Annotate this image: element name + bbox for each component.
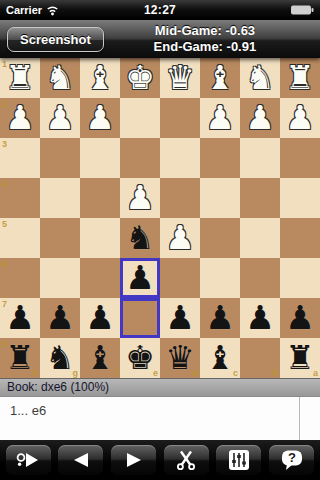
black-king: ♚ [120, 338, 160, 378]
black-rook: ♜ [0, 338, 40, 378]
square-h4[interactable]: 4 [0, 178, 40, 218]
rank-label-3: 3 [2, 139, 7, 149]
white-pawn: ♟ [160, 218, 200, 258]
square-a2[interactable]: ♟ [280, 98, 320, 138]
white-pawn: ♟ [40, 98, 80, 138]
move-list-text: 1... e6 [10, 403, 46, 418]
black-pawn: ♟ [160, 298, 200, 338]
square-c7[interactable]: ♟ [200, 298, 240, 338]
square-g7[interactable]: ♟ [40, 298, 80, 338]
square-f1[interactable]: ♝ [80, 58, 120, 98]
square-b6[interactable] [240, 258, 280, 298]
square-d6[interactable] [160, 258, 200, 298]
black-knight: ♞ [120, 218, 160, 258]
scissors-icon [175, 449, 197, 471]
black-pawn: ♟ [0, 298, 40, 338]
engine-move-icon [15, 450, 41, 470]
square-g2[interactable]: ♟ [40, 98, 80, 138]
square-b5[interactable] [240, 218, 280, 258]
square-d7[interactable]: ♟ [160, 298, 200, 338]
square-f2[interactable]: ♟ [80, 98, 120, 138]
engine-evaluation: Mid-Game: -0.63 End-Game: -0.91 [104, 23, 320, 55]
square-e6[interactable]: ♟ [120, 258, 160, 298]
white-knight: ♞ [40, 58, 80, 98]
square-c1[interactable]: ♝ [200, 58, 240, 98]
square-h5[interactable]: 5 [0, 218, 40, 258]
square-b7[interactable]: ♟ [240, 298, 280, 338]
square-e5[interactable]: ♞ [120, 218, 160, 258]
square-h6[interactable]: 6 [0, 258, 40, 298]
rank-label-6: 6 [2, 259, 7, 269]
black-pawn: ♟ [80, 298, 120, 338]
white-knight: ♞ [240, 58, 280, 98]
square-c4[interactable] [200, 178, 240, 218]
square-h7[interactable]: 7♟ [0, 298, 40, 338]
square-b3[interactable] [240, 138, 280, 178]
black-queen: ♛ [160, 338, 200, 378]
forward-arrow-icon [124, 451, 144, 469]
square-a6[interactable] [280, 258, 320, 298]
move-list[interactable]: 1... e6 [0, 396, 320, 440]
header-bar: Screenshot Mid-Game: -0.63 End-Game: -0.… [0, 20, 320, 58]
black-pawn: ♟ [120, 258, 160, 298]
square-b1[interactable]: ♞ [240, 58, 280, 98]
square-h1[interactable]: 1♜ [0, 58, 40, 98]
white-rook: ♜ [280, 58, 320, 98]
white-pawn: ♟ [0, 98, 40, 138]
square-f7[interactable]: ♟ [80, 298, 120, 338]
end-game-eval: End-Game: -0.91 [104, 39, 306, 55]
help-bubble-icon: ? [280, 449, 304, 471]
square-d2[interactable] [160, 98, 200, 138]
white-pawn: ♟ [280, 98, 320, 138]
screenshot-button[interactable]: Screenshot [7, 27, 104, 52]
square-b4[interactable] [240, 178, 280, 218]
square-g5[interactable] [40, 218, 80, 258]
square-c6[interactable] [200, 258, 240, 298]
square-c2[interactable]: ♟ [200, 98, 240, 138]
chess-board[interactable]: 1♜♞♝♚♛♝♞♜2♟♟♟♟♟♟34♟5♞♟6♟7♟♟♟♟♟♟♟8h♜g♞f♝e… [0, 58, 320, 378]
square-a3[interactable] [280, 138, 320, 178]
white-bishop: ♝ [200, 58, 240, 98]
square-d3[interactable] [160, 138, 200, 178]
file-label-b: b [273, 368, 279, 378]
square-g6[interactable] [40, 258, 80, 298]
cut-button[interactable] [164, 445, 209, 475]
square-h8[interactable]: 8h♜ [0, 338, 40, 378]
wifi-icon [46, 5, 59, 16]
square-a4[interactable] [280, 178, 320, 218]
square-f3[interactable] [80, 138, 120, 178]
black-bishop: ♝ [80, 338, 120, 378]
status-bar: Carrier 12:27 [0, 0, 320, 20]
square-g8[interactable]: g♞ [40, 338, 80, 378]
rank-label-5: 5 [2, 219, 7, 229]
white-pawn: ♟ [120, 178, 160, 218]
square-d8[interactable]: d♛ [160, 338, 200, 378]
square-g4[interactable] [40, 178, 80, 218]
mid-game-eval: Mid-Game: -0.63 [104, 23, 306, 39]
square-e1[interactable]: ♚ [120, 58, 160, 98]
engine-move-button[interactable] [6, 445, 51, 475]
square-c3[interactable] [200, 138, 240, 178]
sliders-icon [228, 449, 250, 471]
black-rook: ♜ [280, 338, 320, 378]
black-pawn: ♟ [40, 298, 80, 338]
square-f5[interactable] [80, 218, 120, 258]
black-pawn: ♟ [240, 298, 280, 338]
clock-time: 12:27 [96, 3, 224, 17]
white-queen: ♛ [160, 58, 200, 98]
white-king: ♚ [120, 58, 160, 98]
white-bishop: ♝ [80, 58, 120, 98]
white-pawn: ♟ [240, 98, 280, 138]
square-e4[interactable]: ♟ [120, 178, 160, 218]
square-f8[interactable]: f♝ [80, 338, 120, 378]
square-b2[interactable]: ♟ [240, 98, 280, 138]
square-e8[interactable]: e♚ [120, 338, 160, 378]
square-d1[interactable]: ♛ [160, 58, 200, 98]
white-pawn: ♟ [200, 98, 240, 138]
chess-app-screen: Carrier 12:27 Screenshot Mid-Game: -0.63… [0, 0, 320, 480]
back-arrow-icon [71, 451, 91, 469]
help-question-mark: ? [288, 450, 296, 465]
square-e2[interactable] [120, 98, 160, 138]
square-a1[interactable]: ♜ [280, 58, 320, 98]
square-a7[interactable]: ♟ [280, 298, 320, 338]
square-a8[interactable]: a♜ [280, 338, 320, 378]
book-move-text: Book: dxe6 (100%) [7, 380, 109, 394]
square-e3[interactable] [120, 138, 160, 178]
black-pawn: ♟ [280, 298, 320, 338]
square-g3[interactable] [40, 138, 80, 178]
book-bar: Book: dxe6 (100%) [0, 378, 320, 396]
square-b8[interactable]: b [240, 338, 280, 378]
white-rook: ♜ [0, 58, 40, 98]
bottom-toolbar: ? [0, 440, 320, 480]
square-d5[interactable]: ♟ [160, 218, 200, 258]
square-g1[interactable]: ♞ [40, 58, 80, 98]
square-e7[interactable] [120, 298, 160, 338]
square-f6[interactable] [80, 258, 120, 298]
square-c5[interactable] [200, 218, 240, 258]
square-c8[interactable]: c♝ [200, 338, 240, 378]
square-f4[interactable] [80, 178, 120, 218]
back-button[interactable] [58, 445, 103, 475]
white-pawn: ♟ [80, 98, 120, 138]
square-d4[interactable] [160, 178, 200, 218]
black-pawn: ♟ [200, 298, 240, 338]
carrier-label: Carrier [6, 4, 42, 16]
scrollbar-track [299, 397, 300, 440]
settings-button[interactable] [216, 445, 261, 475]
forward-button[interactable] [111, 445, 156, 475]
battery-icon [290, 4, 314, 16]
black-bishop: ♝ [200, 338, 240, 378]
square-h3[interactable]: 3 [0, 138, 40, 178]
black-knight: ♞ [40, 338, 80, 378]
square-a5[interactable] [280, 218, 320, 258]
square-h2[interactable]: 2♟ [0, 98, 40, 138]
help-button[interactable]: ? [269, 445, 314, 475]
rank-label-4: 4 [2, 179, 7, 189]
